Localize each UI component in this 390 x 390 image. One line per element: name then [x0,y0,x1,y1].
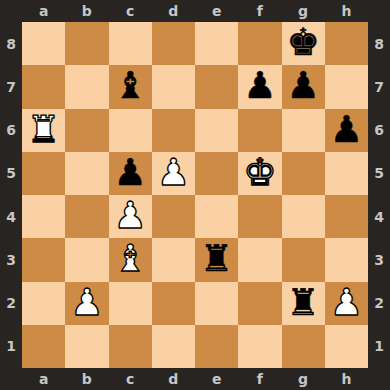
square-g3[interactable] [282,238,325,281]
square-b8[interactable] [65,22,108,65]
file-label-top-a: a [22,0,65,22]
square-g7[interactable]: ♟ [282,65,325,108]
black-pawn-g7[interactable]: ♟ [287,67,320,104]
square-g8[interactable]: ♚ [282,22,325,65]
white-rook-a6[interactable]: ♜ [27,111,60,148]
square-f8[interactable] [238,22,281,65]
rank-labels-left: 87654321 [0,22,22,368]
file-label-bottom-g: g [282,368,325,390]
square-h3[interactable] [325,238,368,281]
square-b2[interactable]: ♟ [65,282,108,325]
square-b1[interactable] [65,325,108,368]
black-rook-g2[interactable]: ♜ [287,284,320,321]
square-d7[interactable] [152,65,195,108]
square-h2[interactable]: ♟ [325,282,368,325]
square-c5[interactable]: ♟ [109,152,152,195]
file-label-top-g: g [282,0,325,22]
square-b7[interactable] [65,65,108,108]
square-c2[interactable] [109,282,152,325]
rank-label-left-7: 7 [0,65,22,108]
rank-label-left-6: 6 [0,109,22,152]
square-a1[interactable] [22,325,65,368]
file-label-bottom-c: c [109,368,152,390]
square-g5[interactable] [282,152,325,195]
rank-label-right-5: 5 [368,152,390,195]
rank-label-right-1: 1 [368,325,390,368]
file-labels-top: abcdefgh [22,0,368,22]
white-king-f5[interactable]: ♚ [243,154,276,191]
rank-label-right-2: 2 [368,282,390,325]
rank-label-right-7: 7 [368,65,390,108]
square-h6[interactable]: ♟ [325,109,368,152]
file-labels-bottom: abcdefgh [22,368,368,390]
square-c4[interactable]: ♟ [109,195,152,238]
rank-label-right-3: 3 [368,238,390,281]
square-c7[interactable]: ♝ [109,65,152,108]
rank-label-left-1: 1 [0,325,22,368]
file-label-bottom-e: e [195,368,238,390]
square-g2[interactable]: ♜ [282,282,325,325]
file-label-bottom-d: d [152,368,195,390]
file-label-bottom-b: b [65,368,108,390]
square-c6[interactable] [109,109,152,152]
square-g1[interactable] [282,325,325,368]
rank-label-right-4: 4 [368,195,390,238]
square-f1[interactable] [238,325,281,368]
square-b4[interactable] [65,195,108,238]
square-f5[interactable]: ♚ [238,152,281,195]
white-pawn-d5[interactable]: ♟ [157,154,190,191]
square-g4[interactable] [282,195,325,238]
black-pawn-c5[interactable]: ♟ [114,154,147,191]
file-label-top-c: c [109,0,152,22]
file-label-top-e: e [195,0,238,22]
square-d6[interactable] [152,109,195,152]
rank-label-left-8: 8 [0,22,22,65]
square-a6[interactable]: ♜ [22,109,65,152]
chess-board: ♚♝♟♟♜♟♟♟♚♟♝♜♟♜♟ [22,22,368,368]
square-f3[interactable] [238,238,281,281]
rank-label-right-8: 8 [368,22,390,65]
square-h8[interactable] [325,22,368,65]
chess-board-frame: abcdefgh 87654321 ♚♝♟♟♜♟♟♟♚♟♝♜♟♜♟ 876543… [0,0,390,390]
rank-label-left-2: 2 [0,282,22,325]
square-e5[interactable] [195,152,238,195]
rank-labels-right: 87654321 [368,22,390,368]
file-label-bottom-f: f [238,368,281,390]
square-d1[interactable] [152,325,195,368]
square-e6[interactable] [195,109,238,152]
square-g6[interactable] [282,109,325,152]
file-label-top-h: h [325,0,368,22]
file-label-bottom-a: a [22,368,65,390]
black-rook-e3[interactable]: ♜ [200,240,233,277]
square-e3[interactable]: ♜ [195,238,238,281]
square-c1[interactable] [109,325,152,368]
rank-label-left-5: 5 [0,152,22,195]
square-b3[interactable] [65,238,108,281]
square-d5[interactable]: ♟ [152,152,195,195]
square-f2[interactable] [238,282,281,325]
square-c8[interactable] [109,22,152,65]
square-a3[interactable] [22,238,65,281]
square-d4[interactable] [152,195,195,238]
square-b5[interactable] [65,152,108,195]
black-king-g8[interactable]: ♚ [287,24,320,61]
square-a2[interactable] [22,282,65,325]
black-pawn-h6[interactable]: ♟ [330,111,363,148]
square-b6[interactable] [65,109,108,152]
square-a4[interactable] [22,195,65,238]
black-bishop-c7[interactable]: ♝ [114,67,147,104]
square-e7[interactable] [195,65,238,108]
square-h1[interactable] [325,325,368,368]
square-f4[interactable] [238,195,281,238]
square-e2[interactable] [195,282,238,325]
rank-label-left-4: 4 [0,195,22,238]
square-d3[interactable] [152,238,195,281]
square-d8[interactable] [152,22,195,65]
square-e4[interactable] [195,195,238,238]
square-h5[interactable] [325,152,368,195]
white-bishop-c3[interactable]: ♝ [114,240,147,277]
square-a7[interactable] [22,65,65,108]
file-label-top-d: d [152,0,195,22]
square-e1[interactable] [195,325,238,368]
white-pawn-b2[interactable]: ♟ [70,284,103,321]
square-a5[interactable] [22,152,65,195]
square-a8[interactable] [22,22,65,65]
square-h4[interactable] [325,195,368,238]
square-f7[interactable]: ♟ [238,65,281,108]
file-label-top-f: f [238,0,281,22]
black-pawn-f7[interactable]: ♟ [243,67,276,104]
white-pawn-c4[interactable]: ♟ [114,197,147,234]
rank-label-right-6: 6 [368,109,390,152]
square-c3[interactable]: ♝ [109,238,152,281]
white-pawn-h2[interactable]: ♟ [330,284,363,321]
rank-label-left-3: 3 [0,238,22,281]
square-e8[interactable] [195,22,238,65]
square-d2[interactable] [152,282,195,325]
square-f6[interactable] [238,109,281,152]
file-label-top-b: b [65,0,108,22]
file-label-bottom-h: h [325,368,368,390]
square-h7[interactable] [325,65,368,108]
